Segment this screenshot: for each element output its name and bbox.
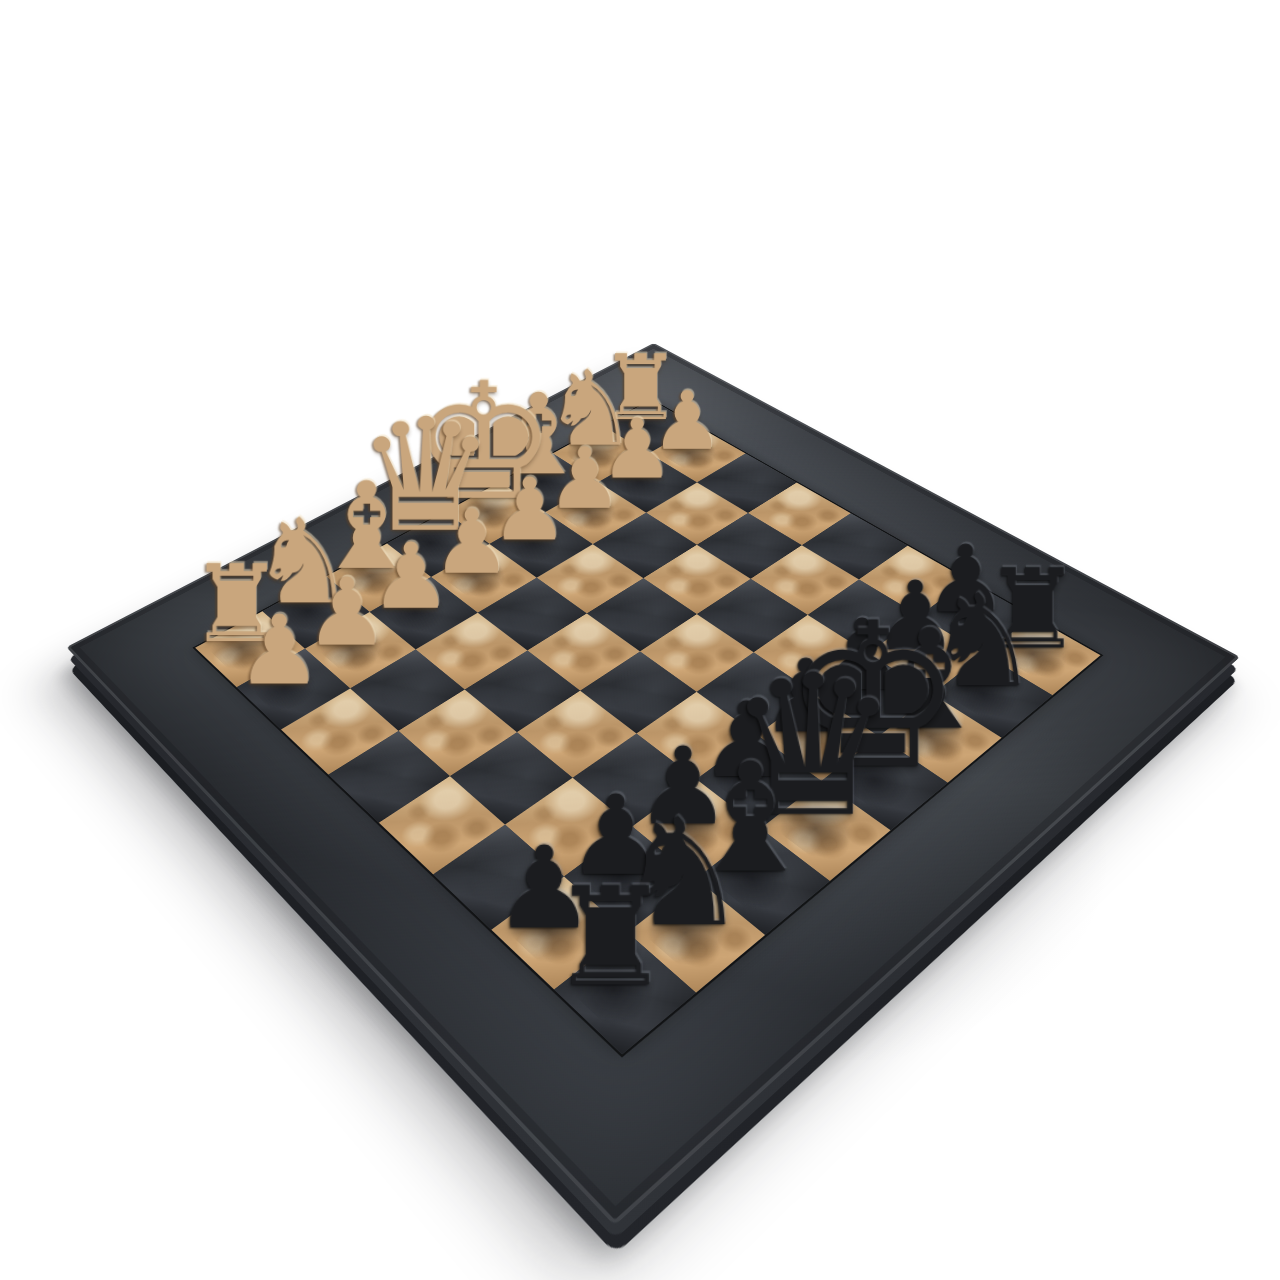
square-c5[interactable] (517, 691, 637, 778)
piece-black-rook[interactable]: ♜ (549, 874, 671, 1004)
chess-board: ♜♟♟♜♞♟♟♞♝♟♟♝♚♟♟♚♛♟♟♛♝♟♟♝♞♟♟♞♜♟♟♜ (66, 343, 1240, 1226)
square-c4[interactable] (465, 650, 580, 732)
scene: ♜♟♟♜♞♟♟♞♝♟♟♝♚♟♟♚♛♟♟♛♝♟♟♝♞♟♟♞♜♟♟♜ (0, 0, 1280, 1280)
piece-white-pawn[interactable]: ♟ (236, 605, 322, 696)
